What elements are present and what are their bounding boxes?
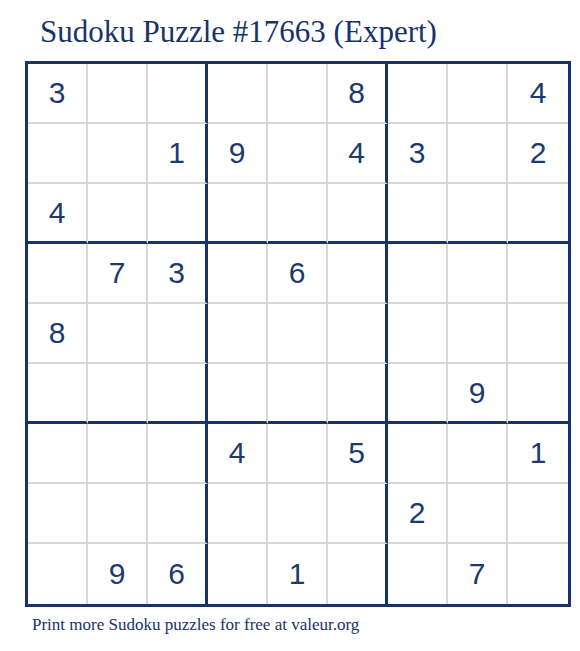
- sudoku-cell-r5c3: [148, 304, 208, 364]
- sudoku-cell-r8c6: [328, 484, 388, 544]
- sudoku-cell-r1c8: [448, 64, 508, 124]
- sudoku-cell-r8c2: [88, 484, 148, 544]
- sudoku-cell-r6c2: [88, 364, 148, 424]
- sudoku-cell-r9c8: 7: [448, 544, 508, 604]
- sudoku-cell-r4c5: 6: [268, 244, 328, 304]
- sudoku-cell-r9c7: [388, 544, 448, 604]
- sudoku-cell-r6c4: [208, 364, 268, 424]
- sudoku-cell-r1c3: [148, 64, 208, 124]
- sudoku-cell-r6c1: [28, 364, 88, 424]
- sudoku-cell-r9c9: [508, 544, 568, 604]
- sudoku-cell-r2c2: [88, 124, 148, 184]
- sudoku-cell-r2c5: [268, 124, 328, 184]
- sudoku-cell-r4c8: [448, 244, 508, 304]
- sudoku-cell-r4c3: 3: [148, 244, 208, 304]
- sudoku-cell-r7c9: 1: [508, 424, 568, 484]
- footer-text: Print more Sudoku puzzles for free at va…: [32, 615, 359, 635]
- sudoku-cell-r5c1: 8: [28, 304, 88, 364]
- sudoku-cell-r5c5: [268, 304, 328, 364]
- sudoku-cell-r2c1: [28, 124, 88, 184]
- sudoku-cell-r8c9: [508, 484, 568, 544]
- sudoku-cell-r1c5: [268, 64, 328, 124]
- sudoku-cell-r2c3: 1: [148, 124, 208, 184]
- sudoku-cell-r2c9: 2: [508, 124, 568, 184]
- sudoku-cell-r1c1: 3: [28, 64, 88, 124]
- sudoku-cell-r6c7: [388, 364, 448, 424]
- sudoku-cell-r7c5: [268, 424, 328, 484]
- sudoku-cell-r9c4: [208, 544, 268, 604]
- sudoku-cell-r2c7: 3: [388, 124, 448, 184]
- sudoku-cell-r9c3: 6: [148, 544, 208, 604]
- sudoku-cell-r7c4: 4: [208, 424, 268, 484]
- sudoku-cell-r7c8: [448, 424, 508, 484]
- sudoku-cell-r5c9: [508, 304, 568, 364]
- sudoku-cell-r4c7: [388, 244, 448, 304]
- sudoku-cell-r4c9: [508, 244, 568, 304]
- sudoku-cell-r5c8: [448, 304, 508, 364]
- sudoku-cell-r2c8: [448, 124, 508, 184]
- sudoku-cell-r8c3: [148, 484, 208, 544]
- sudoku-cell-r3c7: [388, 184, 448, 244]
- sudoku-cell-r4c6: [328, 244, 388, 304]
- sudoku-cell-r1c6: 8: [328, 64, 388, 124]
- sudoku-cell-r6c9: [508, 364, 568, 424]
- sudoku-cell-r3c2: [88, 184, 148, 244]
- sudoku-cell-r2c6: 4: [328, 124, 388, 184]
- sudoku-cell-r7c2: [88, 424, 148, 484]
- sudoku-cell-r1c2: [88, 64, 148, 124]
- sudoku-cell-r7c6: 5: [328, 424, 388, 484]
- sudoku-cell-r6c3: [148, 364, 208, 424]
- sudoku-cell-r8c7: 2: [388, 484, 448, 544]
- sudoku-cell-r7c1: [28, 424, 88, 484]
- sudoku-cell-r3c3: [148, 184, 208, 244]
- sudoku-cell-r3c9: [508, 184, 568, 244]
- sudoku-cell-r8c8: [448, 484, 508, 544]
- sudoku-cell-r4c2: 7: [88, 244, 148, 304]
- sudoku-cell-r5c6: [328, 304, 388, 364]
- sudoku-cell-r3c5: [268, 184, 328, 244]
- sudoku-cell-r9c5: 1: [268, 544, 328, 604]
- sudoku-cell-r9c2: 9: [88, 544, 148, 604]
- sudoku-cell-r8c1: [28, 484, 88, 544]
- sudoku-cell-r9c6: [328, 544, 388, 604]
- sudoku-cell-r3c4: [208, 184, 268, 244]
- sudoku-cell-r5c2: [88, 304, 148, 364]
- sudoku-cell-r4c4: [208, 244, 268, 304]
- sudoku-cell-r1c4: [208, 64, 268, 124]
- sudoku-cell-r9c1: [28, 544, 88, 604]
- sudoku-cell-r6c5: [268, 364, 328, 424]
- sudoku-cell-r6c8: 9: [448, 364, 508, 424]
- sudoku-cell-r7c3: [148, 424, 208, 484]
- sudoku-cell-r8c4: [208, 484, 268, 544]
- page-title: Sudoku Puzzle #17663 (Expert): [40, 14, 437, 50]
- sudoku-cell-r6c6: [328, 364, 388, 424]
- sudoku-cell-r8c5: [268, 484, 328, 544]
- sudoku-grid: 3841943247368945129617: [25, 61, 571, 607]
- sudoku-cell-r2c4: 9: [208, 124, 268, 184]
- sudoku-cell-r3c1: 4: [28, 184, 88, 244]
- sudoku-cell-r7c7: [388, 424, 448, 484]
- sudoku-cell-r5c7: [388, 304, 448, 364]
- sudoku-cell-r3c8: [448, 184, 508, 244]
- sudoku-cell-r1c9: 4: [508, 64, 568, 124]
- sudoku-cell-r3c6: [328, 184, 388, 244]
- sudoku-cell-r5c4: [208, 304, 268, 364]
- sudoku-cell-r1c7: [388, 64, 448, 124]
- sudoku-cell-r4c1: [28, 244, 88, 304]
